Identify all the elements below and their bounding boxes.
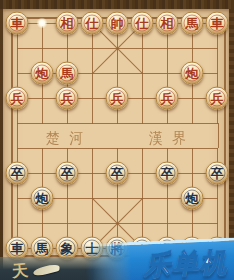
piece-character: 卒 (111, 167, 124, 180)
piece-red-車[interactable]: 車 (206, 12, 229, 35)
piece-character: 象 (61, 242, 74, 255)
piece-black-卒[interactable]: 卒 (156, 162, 179, 185)
river-label-chu-he: 楚河 (46, 130, 92, 149)
piece-black-卒[interactable]: 卒 (206, 162, 229, 185)
piece-character: 馬 (186, 17, 199, 30)
piece-character: 馬 (61, 67, 74, 80)
piece-character: 炮 (186, 192, 199, 205)
piece-red-炮[interactable]: 炮 (181, 62, 204, 85)
piece-black-炮[interactable]: 炮 (181, 187, 204, 210)
piece-red-炮[interactable]: 炮 (31, 62, 54, 85)
piece-character: 兵 (61, 92, 74, 105)
piece-red-仕[interactable]: 仕 (81, 12, 104, 35)
piece-character: 仕 (136, 17, 149, 30)
piece-character: 車 (11, 17, 24, 30)
piece-red-兵[interactable]: 兵 (156, 87, 179, 110)
last-move-origin-marker (37, 18, 48, 29)
piece-red-車[interactable]: 車 (6, 12, 29, 35)
piece-red-兵[interactable]: 兵 (206, 87, 229, 110)
piece-character: 車 (211, 17, 224, 30)
piece-black-卒[interactable]: 卒 (6, 162, 29, 185)
piece-red-相[interactable]: 相 (56, 12, 79, 35)
piece-red-兵[interactable]: 兵 (106, 87, 129, 110)
piece-red-帥[interactable]: 帥 (106, 12, 129, 35)
piece-black-炮[interactable]: 炮 (31, 187, 54, 210)
piece-red-馬[interactable]: 馬 (181, 12, 204, 35)
piece-red-兵[interactable]: 兵 (56, 87, 79, 110)
piece-character: 卒 (11, 167, 24, 180)
piece-black-卒[interactable]: 卒 (56, 162, 79, 185)
piece-character: 卒 (61, 167, 74, 180)
piece-character: 兵 (111, 92, 124, 105)
piece-red-兵[interactable]: 兵 (6, 87, 29, 110)
piece-character: 兵 (211, 92, 224, 105)
piece-red-相[interactable]: 相 (156, 12, 179, 35)
watermark-tian-character: 天 (11, 260, 29, 280)
piece-character: 炮 (36, 67, 49, 80)
piece-character: 卒 (211, 167, 224, 180)
xiangqi-game-screen: 楚河 漢界 車相仕帥仕相馬車炮馬炮兵兵兵兵兵卒卒卒卒卒炮炮車馬象士將士象馬車 天… (0, 0, 234, 280)
piece-character: 相 (61, 17, 74, 30)
piece-character: 炮 (186, 67, 199, 80)
river-label-han-jie: 漢界 (149, 130, 195, 149)
piece-red-馬[interactable]: 馬 (56, 62, 79, 85)
piece-character: 卒 (161, 167, 174, 180)
piece-black-卒[interactable]: 卒 (106, 162, 129, 185)
piece-character: 馬 (36, 242, 49, 255)
piece-character: 兵 (161, 92, 174, 105)
piece-character: 兵 (11, 92, 24, 105)
piece-character: 炮 (36, 192, 49, 205)
piece-character: 仕 (86, 17, 99, 30)
piece-character: 車 (11, 242, 24, 255)
site-banner-text: 乐单机 (142, 244, 227, 280)
piece-red-仕[interactable]: 仕 (131, 12, 154, 35)
piece-character: 帥 (111, 17, 124, 30)
wood-frame-top (0, 0, 234, 9)
piece-character: 相 (161, 17, 174, 30)
